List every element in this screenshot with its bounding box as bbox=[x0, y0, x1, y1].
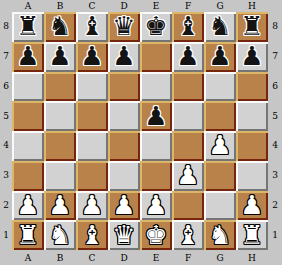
rank-label-6: 6 bbox=[0, 72, 12, 102]
square-d1[interactable]: ♛ bbox=[108, 220, 140, 250]
square-g4[interactable]: ♟ bbox=[204, 131, 236, 161]
square-e5[interactable]: ♟ bbox=[140, 101, 172, 131]
piece-black-pawn-f7[interactable]: ♟ bbox=[176, 43, 199, 70]
piece-black-knight-g8[interactable]: ♞ bbox=[208, 13, 231, 40]
piece-white-pawn-a2[interactable]: ♟ bbox=[16, 192, 39, 219]
square-d7[interactable]: ♟ bbox=[108, 42, 140, 72]
square-a4[interactable] bbox=[12, 131, 44, 161]
file-label-h: H bbox=[236, 0, 268, 12]
square-a8[interactable]: ♜ bbox=[12, 12, 44, 42]
rank-label-5: 5 bbox=[0, 101, 12, 131]
square-a6[interactable] bbox=[12, 72, 44, 102]
square-b8[interactable]: ♞ bbox=[44, 12, 76, 42]
square-f2[interactable] bbox=[172, 191, 204, 221]
piece-black-rook-h8[interactable]: ♜ bbox=[240, 13, 263, 40]
square-a1[interactable]: ♜ bbox=[12, 220, 44, 250]
rank-label-2: 2 bbox=[268, 191, 282, 221]
file-label-a: A bbox=[12, 0, 44, 12]
square-e6[interactable] bbox=[140, 72, 172, 102]
square-f5[interactable] bbox=[172, 101, 204, 131]
piece-white-bishop-c1[interactable]: ♝ bbox=[80, 222, 103, 249]
file-label-b: B bbox=[44, 0, 76, 12]
piece-white-rook-a1[interactable]: ♜ bbox=[16, 222, 39, 249]
square-g3[interactable] bbox=[204, 161, 236, 191]
piece-white-knight-g1[interactable]: ♞ bbox=[208, 222, 231, 249]
square-b6[interactable] bbox=[44, 72, 76, 102]
piece-white-rook-h1[interactable]: ♜ bbox=[240, 222, 263, 249]
file-label-e: E bbox=[140, 251, 172, 265]
square-d4[interactable] bbox=[108, 131, 140, 161]
square-b2[interactable]: ♟ bbox=[44, 191, 76, 221]
square-c8[interactable]: ♝ bbox=[76, 12, 108, 42]
piece-white-pawn-e2[interactable]: ♟ bbox=[144, 192, 167, 219]
file-label-f: F bbox=[172, 251, 204, 265]
square-h5[interactable] bbox=[236, 101, 268, 131]
square-d5[interactable] bbox=[108, 101, 140, 131]
square-g5[interactable] bbox=[204, 101, 236, 131]
rank-label-2: 2 bbox=[0, 191, 12, 221]
square-h8[interactable]: ♜ bbox=[236, 12, 268, 42]
piece-black-pawn-c7[interactable]: ♟ bbox=[80, 43, 103, 70]
piece-white-queen-d1[interactable]: ♛ bbox=[112, 222, 135, 249]
square-b5[interactable] bbox=[44, 101, 76, 131]
rank-labels-left: 87654321 bbox=[0, 12, 12, 250]
file-label-h: H bbox=[236, 251, 268, 265]
square-e7[interactable] bbox=[140, 42, 172, 72]
piece-black-pawn-h7[interactable]: ♟ bbox=[240, 43, 263, 70]
rank-label-1: 1 bbox=[0, 220, 12, 250]
piece-white-pawn-f3[interactable]: ♟ bbox=[176, 162, 199, 189]
square-b7[interactable]: ♟ bbox=[44, 42, 76, 72]
piece-white-pawn-d2[interactable]: ♟ bbox=[112, 192, 135, 219]
rank-label-7: 7 bbox=[268, 42, 282, 72]
square-f7[interactable]: ♟ bbox=[172, 42, 204, 72]
square-b3[interactable] bbox=[44, 161, 76, 191]
square-c4[interactable] bbox=[76, 131, 108, 161]
square-c6[interactable] bbox=[76, 72, 108, 102]
piece-black-queen-d8[interactable]: ♛ bbox=[112, 13, 135, 40]
piece-black-bishop-c8[interactable]: ♝ bbox=[80, 13, 103, 40]
piece-white-pawn-c2[interactable]: ♟ bbox=[80, 192, 103, 219]
rank-label-1: 1 bbox=[268, 220, 282, 250]
piece-white-pawn-b2[interactable]: ♟ bbox=[48, 192, 71, 219]
square-f1[interactable]: ♝ bbox=[172, 220, 204, 250]
rank-label-3: 3 bbox=[268, 161, 282, 191]
piece-black-pawn-e5[interactable]: ♟ bbox=[144, 103, 167, 130]
piece-white-bishop-f1[interactable]: ♝ bbox=[176, 222, 199, 249]
chessboard-panel: ABCDEFGH 87654321 ♜♞♝♛♚♝♞♜♟♟♟♟♟♟♟♟♟♟♟♟♟♟… bbox=[0, 0, 282, 265]
square-f8[interactable]: ♝ bbox=[172, 12, 204, 42]
square-a5[interactable] bbox=[12, 101, 44, 131]
piece-black-pawn-d7[interactable]: ♟ bbox=[112, 43, 135, 70]
file-label-c: C bbox=[76, 251, 108, 265]
chess-board[interactable]: ♜♞♝♛♚♝♞♜♟♟♟♟♟♟♟♟♟♟♟♟♟♟♟♟♜♞♝♛♚♝♞♜ bbox=[12, 12, 268, 250]
file-label-d: D bbox=[108, 0, 140, 12]
file-label-f: F bbox=[172, 0, 204, 12]
square-g1[interactable]: ♞ bbox=[204, 220, 236, 250]
square-e1[interactable]: ♚ bbox=[140, 220, 172, 250]
rank-label-3: 3 bbox=[0, 161, 12, 191]
square-f4[interactable] bbox=[172, 131, 204, 161]
square-b4[interactable] bbox=[44, 131, 76, 161]
square-c5[interactable] bbox=[76, 101, 108, 131]
rank-label-6: 6 bbox=[268, 72, 282, 102]
file-label-d: D bbox=[108, 251, 140, 265]
file-label-b: B bbox=[44, 251, 76, 265]
square-c3[interactable] bbox=[76, 161, 108, 191]
piece-black-bishop-f8[interactable]: ♝ bbox=[176, 13, 199, 40]
piece-white-pawn-g4[interactable]: ♟ bbox=[208, 132, 231, 159]
file-label-e: E bbox=[140, 0, 172, 12]
square-f6[interactable] bbox=[172, 72, 204, 102]
square-h4[interactable] bbox=[236, 131, 268, 161]
rank-label-8: 8 bbox=[268, 12, 282, 42]
square-d3[interactable] bbox=[108, 161, 140, 191]
piece-white-pawn-h2[interactable]: ♟ bbox=[240, 192, 263, 219]
file-label-g: G bbox=[204, 251, 236, 265]
square-a7[interactable]: ♟ bbox=[12, 42, 44, 72]
piece-white-knight-b1[interactable]: ♞ bbox=[48, 222, 71, 249]
file-labels-top: ABCDEFGH bbox=[12, 0, 268, 12]
square-c1[interactable]: ♝ bbox=[76, 220, 108, 250]
rank-label-4: 4 bbox=[0, 131, 12, 161]
rank-label-5: 5 bbox=[268, 101, 282, 131]
piece-black-pawn-a7[interactable]: ♟ bbox=[16, 43, 39, 70]
square-d2[interactable]: ♟ bbox=[108, 191, 140, 221]
file-label-c: C bbox=[76, 0, 108, 12]
file-label-g: G bbox=[204, 0, 236, 12]
rank-label-4: 4 bbox=[268, 131, 282, 161]
piece-black-king-e8[interactable]: ♚ bbox=[144, 13, 167, 40]
square-e3[interactable] bbox=[140, 161, 172, 191]
rank-labels-right: 87654321 bbox=[268, 12, 282, 250]
file-label-a: A bbox=[12, 251, 44, 265]
square-b1[interactable]: ♞ bbox=[44, 220, 76, 250]
piece-black-pawn-g7[interactable]: ♟ bbox=[208, 43, 231, 70]
square-c7[interactable]: ♟ bbox=[76, 42, 108, 72]
square-h6[interactable] bbox=[236, 72, 268, 102]
file-labels-bottom: ABCDEFGH bbox=[12, 251, 268, 265]
square-d6[interactable] bbox=[108, 72, 140, 102]
square-g2[interactable] bbox=[204, 191, 236, 221]
square-d8[interactable]: ♛ bbox=[108, 12, 140, 42]
square-f3[interactable]: ♟ bbox=[172, 161, 204, 191]
rank-label-8: 8 bbox=[0, 12, 12, 42]
square-e2[interactable]: ♟ bbox=[140, 191, 172, 221]
square-h7[interactable]: ♟ bbox=[236, 42, 268, 72]
piece-black-knight-b8[interactable]: ♞ bbox=[48, 13, 71, 40]
piece-white-king-e1[interactable]: ♚ bbox=[144, 222, 167, 249]
square-h1[interactable]: ♜ bbox=[236, 220, 268, 250]
square-a2[interactable]: ♟ bbox=[12, 191, 44, 221]
square-g6[interactable] bbox=[204, 72, 236, 102]
square-h3[interactable] bbox=[236, 161, 268, 191]
piece-black-rook-a8[interactable]: ♜ bbox=[16, 13, 39, 40]
square-a3[interactable] bbox=[12, 161, 44, 191]
square-g7[interactable]: ♟ bbox=[204, 42, 236, 72]
square-g8[interactable]: ♞ bbox=[204, 12, 236, 42]
square-e8[interactable]: ♚ bbox=[140, 12, 172, 42]
square-c2[interactable]: ♟ bbox=[76, 191, 108, 221]
rank-label-7: 7 bbox=[0, 42, 12, 72]
square-e4[interactable] bbox=[140, 131, 172, 161]
square-h2[interactable]: ♟ bbox=[236, 191, 268, 221]
piece-black-pawn-b7[interactable]: ♟ bbox=[48, 43, 71, 70]
